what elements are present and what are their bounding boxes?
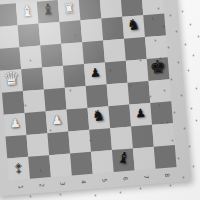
- square-f8r5[interactable]: [149, 79, 172, 103]
- square-f3r4[interactable]: [42, 66, 65, 90]
- piece-white-bishop[interactable]: ♝: [20, 4, 35, 20]
- ornament-diamond-icon: ◈: [16, 169, 22, 175]
- square-f2r3[interactable]: [19, 46, 42, 70]
- square-f8r6[interactable]: [150, 101, 173, 125]
- piece-black-knight[interactable]: ♞: [91, 108, 106, 124]
- square-f5r3[interactable]: [82, 40, 105, 64]
- square-f7r3[interactable]: [124, 37, 147, 61]
- square-f8r2[interactable]: [143, 13, 166, 37]
- square-f5r7[interactable]: [89, 128, 112, 152]
- square-f8r7[interactable]: [152, 123, 175, 147]
- square-f3r7[interactable]: [47, 132, 70, 156]
- coordinate-label: 1: [12, 176, 29, 198]
- square-f5r1[interactable]: [79, 0, 102, 20]
- square-f7r1[interactable]: [121, 0, 144, 17]
- chess-board: ◈◈ 12345678 SCHACH ♝♝♜♞♛♟♚♟♟♞♟♝: [0, 0, 191, 196]
- square-f4r3[interactable]: [61, 42, 84, 66]
- square-f5r5[interactable]: [86, 84, 109, 108]
- photo-of-chess-board: ◈◈ 12345678 SCHACH ♝♝♜♞♛♟♚♟♟♞♟♝: [0, 0, 200, 200]
- square-f1r2[interactable]: [0, 25, 19, 49]
- square-f6r6[interactable]: [108, 105, 131, 129]
- square-f2r5[interactable]: [23, 89, 46, 113]
- square-f4r2[interactable]: [59, 20, 82, 44]
- piece-black-bishop[interactable]: ♝: [115, 150, 131, 167]
- square-f1r5[interactable]: [2, 91, 25, 115]
- coordinate-label: 2: [33, 174, 50, 196]
- square-f4r5[interactable]: [65, 86, 88, 110]
- square-f1r7[interactable]: [6, 135, 29, 159]
- square-f2r2[interactable]: [18, 24, 41, 48]
- square-f4r7[interactable]: [68, 130, 91, 154]
- square-f4r4[interactable]: [63, 64, 86, 88]
- square-f2r4[interactable]: [21, 67, 44, 91]
- square-f6r3[interactable]: [103, 39, 126, 63]
- coordinate-label: 8: [158, 164, 175, 186]
- square-f5r2[interactable]: [80, 19, 103, 43]
- piece-black-pawn[interactable]: ♟: [135, 107, 147, 120]
- coordinate-label: 3: [54, 173, 71, 195]
- square-f4r6[interactable]: [67, 108, 90, 132]
- square-f3r3[interactable]: [40, 44, 63, 68]
- square-f1r1[interactable]: [0, 3, 18, 27]
- piece-black-bishop[interactable]: ♝: [41, 2, 56, 18]
- coordinate-label: 6: [116, 168, 133, 190]
- piece-black-knight[interactable]: ♞: [126, 17, 141, 33]
- square-f6r2[interactable]: [101, 17, 124, 41]
- square-f7r4[interactable]: [126, 59, 149, 83]
- square-f7r5[interactable]: [128, 81, 151, 105]
- piece-white-queen[interactable]: ♛: [3, 69, 21, 88]
- square-f6r7[interactable]: [110, 127, 133, 151]
- piece-black-king[interactable]: ♚: [149, 57, 167, 76]
- square-f3r5[interactable]: [44, 88, 67, 112]
- coordinate-label: 7: [137, 166, 154, 188]
- square-f7r7[interactable]: [131, 125, 154, 149]
- coordinate-label: 5: [96, 169, 113, 191]
- square-f3r2[interactable]: [39, 22, 62, 46]
- coordinate-label: 4: [75, 171, 92, 193]
- square-f6r1[interactable]: [100, 0, 123, 19]
- square-f2r7[interactable]: [26, 133, 49, 157]
- square-f6r5[interactable]: [107, 83, 130, 107]
- board-squares: ◈◈: [0, 0, 177, 180]
- piece-white-pawn[interactable]: ♟: [51, 114, 63, 127]
- square-f6r4[interactable]: [105, 61, 128, 85]
- piece-black-pawn[interactable]: ♟: [89, 66, 101, 79]
- piece-white-rook[interactable]: ♜: [63, 2, 76, 16]
- square-f2r6[interactable]: [25, 111, 48, 135]
- piece-white-pawn[interactable]: ♟: [9, 117, 21, 130]
